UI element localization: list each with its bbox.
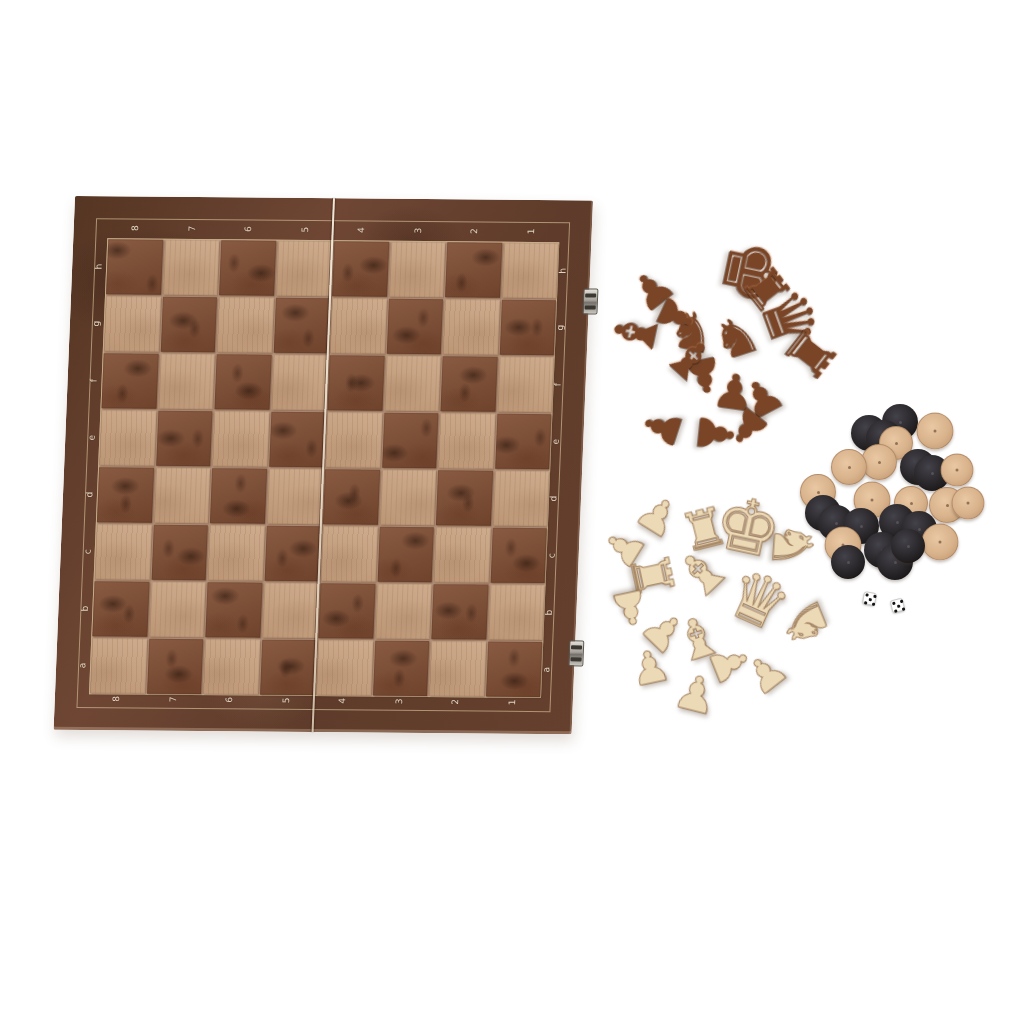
die-pip xyxy=(873,594,876,597)
die[interactable] xyxy=(861,590,876,605)
die-pip xyxy=(865,593,868,596)
die-pip xyxy=(872,603,875,606)
dice-group xyxy=(0,0,1024,1024)
die-pip xyxy=(897,604,900,607)
die-pip xyxy=(892,601,895,604)
scene: 87654321 87654321 hgfedcba hgfedcba ♚♟♝♞… xyxy=(0,0,1024,1024)
die-pip xyxy=(868,598,871,601)
die-pip xyxy=(900,599,903,602)
die[interactable] xyxy=(889,597,905,613)
die-pip xyxy=(894,609,897,612)
die-pip xyxy=(902,607,905,610)
die-pip xyxy=(864,601,867,604)
